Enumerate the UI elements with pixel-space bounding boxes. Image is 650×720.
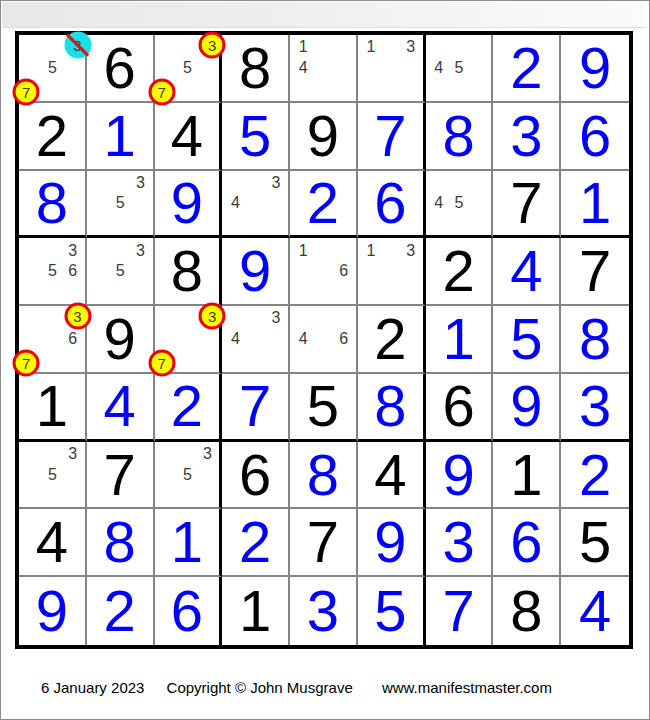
- footer-copyright: Copyright © John Musgrave: [167, 679, 353, 696]
- pencil-marks: 16: [290, 238, 356, 304]
- given-value: 4: [155, 103, 220, 169]
- pencil-marks: 35: [87, 171, 153, 236]
- cell-r2c3[interactable]: 4: [155, 103, 223, 171]
- given-value: 8: [222, 35, 288, 101]
- cell-r2c1[interactable]: 2: [19, 103, 87, 171]
- given-value: 8: [155, 238, 220, 304]
- given-value: 7: [87, 442, 153, 508]
- cell-r7c1[interactable]: 35: [19, 442, 87, 510]
- given-value: 7: [561, 238, 629, 304]
- solved-value: 3: [290, 577, 356, 645]
- cell-r5c7[interactable]: 1: [426, 306, 494, 374]
- cell-r3c1[interactable]: 8: [19, 171, 87, 239]
- cell-r7c9[interactable]: 2: [561, 442, 629, 510]
- cell-r6c9[interactable]: 3: [561, 374, 629, 442]
- solved-value: 1: [87, 103, 153, 169]
- candidate-6: 6: [63, 329, 83, 350]
- candidate-4: 4: [225, 193, 245, 213]
- cell-r3c3[interactable]: 9: [155, 171, 223, 239]
- solved-value: 9: [19, 577, 85, 645]
- cell-r3c8[interactable]: 7: [493, 171, 561, 239]
- given-value: 1: [19, 374, 85, 439]
- candidate-4: 4: [429, 193, 449, 213]
- cell-r3c6[interactable]: 6: [358, 171, 426, 239]
- cell-r4c8[interactable]: 4: [493, 238, 561, 306]
- solved-value: 2: [493, 35, 559, 101]
- cell-r5c9[interactable]: 8: [561, 306, 629, 374]
- solved-value: 4: [87, 374, 153, 439]
- candidate-4: 4: [293, 329, 313, 350]
- sudoku-app-window: 5376537814134529214597836835934264571356…: [0, 0, 650, 720]
- cell-r8c9[interactable]: 5: [561, 509, 629, 577]
- solved-value: 5: [493, 306, 559, 372]
- pencil-marks: 13: [358, 35, 423, 101]
- candidate-1: 1: [293, 240, 313, 261]
- given-value: 2: [426, 238, 492, 304]
- candidate-4: 4: [429, 58, 449, 79]
- cell-r7c5[interactable]: 8: [290, 442, 358, 510]
- cell-r1c8[interactable]: 2: [493, 35, 561, 103]
- candidate-3: 3: [63, 240, 83, 261]
- candidate-3: 3: [266, 308, 286, 329]
- cell-r1c5[interactable]: 14: [290, 35, 358, 103]
- cell-r6c6[interactable]: 8: [358, 374, 426, 442]
- cell-r4c6[interactable]: 13: [358, 238, 426, 306]
- cell-r9c6[interactable]: 5: [358, 577, 426, 645]
- cell-r7c4[interactable]: 6: [222, 442, 290, 510]
- candidate-1: 1: [293, 37, 313, 58]
- cell-r3c9[interactable]: 1: [561, 171, 629, 239]
- given-value: 2: [19, 103, 85, 169]
- solved-value: 9: [155, 171, 220, 236]
- cell-r1c6[interactable]: 13: [358, 35, 426, 103]
- candidate-3: 3: [266, 173, 286, 193]
- candidate-3: 3: [401, 240, 421, 261]
- cell-r3c2[interactable]: 35: [87, 171, 155, 239]
- cell-r9c3[interactable]: 6: [155, 577, 223, 645]
- cell-r9c9[interactable]: 4: [561, 577, 629, 645]
- solved-value: 1: [155, 509, 220, 575]
- solved-value: 7: [222, 374, 288, 439]
- solved-value: 1: [426, 306, 492, 372]
- solved-value: 2: [155, 374, 220, 439]
- pencil-marks: 14: [290, 35, 356, 101]
- candidate-1: 1: [361, 240, 381, 261]
- cell-r2c7[interactable]: 8: [426, 103, 494, 171]
- cell-r9c5[interactable]: 3: [290, 577, 358, 645]
- solved-value: 1: [561, 171, 629, 236]
- cell-r8c2[interactable]: 8: [87, 509, 155, 577]
- highlighted-candidate-circle-7: 7: [148, 78, 175, 105]
- pencil-marks: 13: [358, 238, 423, 304]
- cell-r6c5[interactable]: 5: [290, 374, 358, 442]
- cell-r2c5[interactable]: 9: [290, 103, 358, 171]
- highlighted-candidate-circle-3: 3: [64, 302, 91, 329]
- solved-value: 3: [493, 103, 559, 169]
- cell-r1c4[interactable]: 8: [222, 35, 290, 103]
- pencil-marks: 34: [222, 306, 288, 372]
- solved-value: 9: [222, 238, 288, 304]
- cell-r1c9[interactable]: 9: [561, 35, 629, 103]
- cell-r6c3[interactable]: 2: [155, 374, 223, 442]
- cell-r4c1[interactable]: 356: [19, 238, 87, 306]
- candidate-3: 3: [130, 240, 150, 261]
- candidate-1: 1: [361, 37, 381, 58]
- solved-value: 8: [358, 374, 423, 439]
- solved-value: 6: [493, 509, 559, 575]
- cell-r9c1[interactable]: 9: [19, 577, 87, 645]
- cell-r5c1[interactable]: 637: [19, 306, 87, 374]
- cell-r7c6[interactable]: 4: [358, 442, 426, 510]
- cell-r7c7[interactable]: 9: [426, 442, 494, 510]
- solved-value: 5: [358, 577, 423, 645]
- cell-r7c3[interactable]: 35: [155, 442, 223, 510]
- cell-r8c6[interactable]: 9: [358, 509, 426, 577]
- solved-value: 6: [155, 577, 220, 645]
- cell-r4c9[interactable]: 7: [561, 238, 629, 306]
- cell-r8c5[interactable]: 7: [290, 509, 358, 577]
- pencil-marks: 34: [222, 171, 288, 236]
- pencil-marks: 46: [290, 306, 356, 372]
- cell-r8c1[interactable]: 4: [19, 509, 87, 577]
- cell-r7c2[interactable]: 7: [87, 442, 155, 510]
- solved-value: 9: [561, 35, 629, 101]
- candidate-5: 5: [110, 261, 130, 282]
- cell-r5c8[interactable]: 5: [493, 306, 561, 374]
- highlighted-candidate-circle-7: 7: [13, 78, 40, 105]
- candidate-6: 6: [334, 261, 354, 282]
- solved-value: 9: [358, 509, 423, 575]
- given-value: 7: [290, 509, 356, 575]
- cell-r2c8[interactable]: 3: [493, 103, 561, 171]
- candidate-5: 5: [42, 261, 62, 282]
- cell-r1c3[interactable]: 537: [155, 35, 223, 103]
- cell-r4c3[interactable]: 8: [155, 238, 223, 306]
- solved-value: 9: [426, 442, 492, 508]
- given-value: 6: [426, 374, 492, 439]
- solved-value: 6: [561, 103, 629, 169]
- cell-r4c5[interactable]: 16: [290, 238, 358, 306]
- cell-r5c2[interactable]: 9: [87, 306, 155, 374]
- cell-r5c4[interactable]: 34: [222, 306, 290, 374]
- solved-value: 8: [426, 103, 492, 169]
- given-value: 1: [222, 577, 288, 645]
- pencil-marks: 356: [19, 238, 85, 304]
- given-value: 4: [358, 442, 423, 508]
- given-value: 6: [87, 35, 153, 101]
- cell-r3c5[interactable]: 2: [290, 171, 358, 239]
- highlighted-candidate-circle-3: 3: [199, 302, 226, 329]
- cell-r9c4[interactable]: 1: [222, 577, 290, 645]
- cell-r6c8[interactable]: 9: [493, 374, 561, 442]
- cell-r6c1[interactable]: 1: [19, 374, 87, 442]
- cell-r5c6[interactable]: 2: [358, 306, 426, 374]
- solved-value: 8: [561, 306, 629, 372]
- solved-value: 8: [290, 442, 356, 508]
- cell-r4c7[interactable]: 2: [426, 238, 494, 306]
- given-value: 9: [290, 103, 356, 169]
- cell-r4c4[interactable]: 9: [222, 238, 290, 306]
- candidate-6: 6: [63, 261, 83, 282]
- cell-r9c8[interactable]: 8: [493, 577, 561, 645]
- candidate-4: 4: [225, 329, 245, 350]
- candidate-5: 5: [449, 193, 469, 213]
- given-value: 8: [493, 577, 559, 645]
- solved-value: 2: [290, 171, 356, 236]
- cell-r9c2[interactable]: 2: [87, 577, 155, 645]
- highlighted-candidate-circle-3: 3: [199, 31, 226, 58]
- solved-value: 3: [561, 374, 629, 439]
- given-value: 4: [19, 509, 85, 575]
- cell-r1c1[interactable]: 537: [19, 35, 87, 103]
- solved-value: 3: [426, 509, 492, 575]
- cell-r2c9[interactable]: 6: [561, 103, 629, 171]
- solved-value: 7: [426, 577, 492, 645]
- candidate-3: 3: [63, 444, 83, 465]
- given-value: 1: [493, 442, 559, 508]
- footer: 6 January 2023 Copyright © John Musgrave…: [41, 679, 552, 696]
- window-top-bar: [2, 2, 646, 28]
- pencil-marks: 45: [426, 171, 492, 236]
- pencil-marks: 45: [426, 35, 492, 101]
- cell-r1c7[interactable]: 45: [426, 35, 494, 103]
- given-value: 5: [561, 509, 629, 575]
- given-value: 9: [87, 306, 153, 372]
- pencil-marks: 35: [155, 442, 220, 508]
- solved-value: 6: [358, 171, 423, 236]
- solved-value: 5: [222, 103, 288, 169]
- candidate-6: 6: [334, 329, 354, 350]
- cell-r3c4[interactable]: 34: [222, 171, 290, 239]
- given-value: 5: [290, 374, 356, 439]
- cell-r8c4[interactable]: 2: [222, 509, 290, 577]
- candidate-5: 5: [449, 58, 469, 79]
- cell-r6c7[interactable]: 6: [426, 374, 494, 442]
- candidate-5: 5: [42, 58, 62, 79]
- candidate-5: 5: [110, 193, 130, 213]
- cell-r8c8[interactable]: 6: [493, 509, 561, 577]
- cell-r5c3[interactable]: 37: [155, 306, 223, 374]
- candidate-5: 5: [177, 464, 197, 485]
- candidate-3: 3: [130, 173, 150, 193]
- given-value: 7: [493, 171, 559, 236]
- highlighted-candidate-circle-7: 7: [148, 349, 175, 376]
- cell-r2c6[interactable]: 7: [358, 103, 426, 171]
- candidate-5: 5: [177, 58, 197, 79]
- given-value: 6: [222, 442, 288, 508]
- solved-value: 4: [493, 238, 559, 304]
- pencil-marks: 35: [87, 238, 153, 304]
- cell-r8c7[interactable]: 3: [426, 509, 494, 577]
- pencil-marks: 35: [19, 442, 85, 508]
- highlighted-candidate-circle-7: 7: [13, 349, 40, 376]
- cell-r9c7[interactable]: 7: [426, 577, 494, 645]
- cell-r6c4[interactable]: 7: [222, 374, 290, 442]
- cell-r7c8[interactable]: 1: [493, 442, 561, 510]
- candidate-3: 3: [197, 444, 217, 465]
- solved-value: 2: [87, 577, 153, 645]
- solved-value: 8: [19, 171, 85, 236]
- cell-r5c5[interactable]: 46: [290, 306, 358, 374]
- footer-date: 6 January 2023: [41, 679, 144, 696]
- cell-r4c2[interactable]: 35: [87, 238, 155, 306]
- cell-r2c2[interactable]: 1: [87, 103, 155, 171]
- solved-value: 8: [87, 509, 153, 575]
- cell-r3c7[interactable]: 45: [426, 171, 494, 239]
- eliminated-candidate-circle-3: 3: [64, 31, 91, 58]
- candidate-3: 3: [401, 37, 421, 58]
- solved-value: 2: [222, 509, 288, 575]
- cell-r6c2[interactable]: 4: [87, 374, 155, 442]
- cell-r1c2[interactable]: 6: [87, 35, 155, 103]
- given-value: 2: [358, 306, 423, 372]
- solved-value: 2: [561, 442, 629, 508]
- sudoku-board: 5376537814134529214597836835934264571356…: [15, 31, 633, 649]
- solved-value: 7: [358, 103, 423, 169]
- cell-r2c4[interactable]: 5: [222, 103, 290, 171]
- candidate-5: 5: [42, 464, 62, 485]
- cell-r8c3[interactable]: 1: [155, 509, 223, 577]
- footer-website[interactable]: www.manifestmaster.com: [382, 679, 552, 696]
- solved-value: 9: [493, 374, 559, 439]
- candidate-4: 4: [293, 58, 313, 79]
- solved-value: 4: [561, 577, 629, 645]
